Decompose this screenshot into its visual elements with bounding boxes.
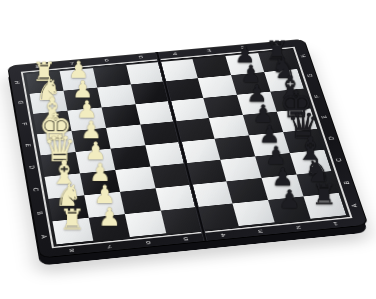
white-pawn: ♟: [98, 205, 121, 230]
piece-anchor-A7: ♟: [87, 205, 128, 231]
chess-set-photo: 87654321 87654321 HGFEDCBA HGFEDCBA ♜♞♝♛…: [0, 0, 376, 299]
black-rook: ♜: [312, 181, 337, 209]
white-rook: ♜: [60, 206, 85, 234]
board-sheet: ♜♞♝♛♚♝♞♜♟♟♟♟♟♟♟♟♜♞♝♛♚♝♞♜♟♟♟♟♟♟♟♟: [21, 47, 353, 248]
photo-scene: 87654321 87654321 HGFEDCBA HGFEDCBA ♜♞♝♛…: [0, 0, 376, 299]
chessboard: 87654321 87654321 HGFEDCBA HGFEDCBA ♜♞♝♛…: [7, 39, 369, 259]
board-frame: 87654321 87654321 HGFEDCBA HGFEDCBA ♜♞♝♛…: [7, 39, 369, 259]
black-pawn: ♟: [278, 187, 300, 212]
piece-anchor-A2: ♟: [265, 187, 307, 213]
pieces-layer: ♜♞♝♛♚♝♞♜♟♟♟♟♟♟♟♟♜♞♝♛♚♝♞♜♟♟♟♟♟♟♟♟: [26, 50, 346, 244]
